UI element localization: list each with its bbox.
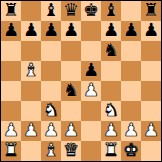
white-knight-piece: ♞ bbox=[103, 101, 119, 119]
square-d7[interactable]: ♟ bbox=[61, 21, 81, 41]
square-g2[interactable]: ♟ bbox=[121, 121, 141, 141]
square-c1[interactable]: ♝ bbox=[41, 141, 61, 161]
square-g3[interactable] bbox=[121, 101, 141, 121]
square-f1[interactable]: ♜ bbox=[101, 141, 121, 161]
square-g8[interactable] bbox=[121, 1, 141, 21]
black-pawn-piece: ♟ bbox=[43, 21, 59, 39]
square-a5[interactable] bbox=[1, 61, 21, 81]
square-b7[interactable]: ♟ bbox=[21, 21, 41, 41]
black-pawn-piece: ♟ bbox=[63, 21, 79, 39]
black-queen-piece: ♛ bbox=[63, 1, 79, 19]
white-queen-piece: ♛ bbox=[63, 141, 79, 159]
square-h8[interactable]: ♜ bbox=[141, 1, 161, 21]
black-king-piece: ♚ bbox=[83, 1, 99, 19]
white-knight-piece: ♞ bbox=[43, 101, 59, 119]
square-e5[interactable]: ♟ bbox=[81, 61, 101, 81]
square-b2[interactable]: ♟ bbox=[21, 121, 41, 141]
black-knight-piece: ♞ bbox=[103, 41, 119, 59]
white-pawn-piece: ♟ bbox=[3, 121, 19, 139]
white-rook-piece: ♜ bbox=[3, 141, 19, 159]
square-b3[interactable] bbox=[21, 101, 41, 121]
square-f4[interactable] bbox=[101, 81, 121, 101]
square-b5[interactable]: ♝ bbox=[21, 61, 41, 81]
square-e1[interactable] bbox=[81, 141, 101, 161]
square-d1[interactable]: ♛ bbox=[61, 141, 81, 161]
square-e8[interactable]: ♚ bbox=[81, 1, 101, 21]
square-g6[interactable] bbox=[121, 41, 141, 61]
square-h3[interactable] bbox=[141, 101, 161, 121]
square-f7[interactable]: ♟ bbox=[101, 21, 121, 41]
square-h5[interactable] bbox=[141, 61, 161, 81]
square-c3[interactable]: ♞ bbox=[41, 101, 61, 121]
square-e6[interactable] bbox=[81, 41, 101, 61]
white-pawn-piece: ♟ bbox=[103, 121, 119, 139]
square-a3[interactable] bbox=[1, 101, 21, 121]
black-pawn-piece: ♟ bbox=[123, 21, 139, 39]
square-d8[interactable]: ♛ bbox=[61, 1, 81, 21]
black-pawn-piece: ♟ bbox=[83, 61, 99, 79]
black-pawn-piece: ♟ bbox=[103, 21, 119, 39]
square-h2[interactable]: ♟ bbox=[141, 121, 161, 141]
square-e3[interactable] bbox=[81, 101, 101, 121]
square-c5[interactable] bbox=[41, 61, 61, 81]
square-g7[interactable]: ♟ bbox=[121, 21, 141, 41]
square-g4[interactable] bbox=[121, 81, 141, 101]
square-a8[interactable]: ♜ bbox=[1, 1, 21, 21]
square-g5[interactable] bbox=[121, 61, 141, 81]
black-rook-piece: ♜ bbox=[143, 1, 159, 19]
square-a1[interactable]: ♜ bbox=[1, 141, 21, 161]
white-pawn-piece: ♟ bbox=[43, 121, 59, 139]
square-c2[interactable]: ♟ bbox=[41, 121, 61, 141]
square-a2[interactable]: ♟ bbox=[1, 121, 21, 141]
white-king-piece: ♚ bbox=[123, 141, 139, 159]
white-bishop-piece: ♝ bbox=[43, 141, 59, 159]
white-bishop-piece: ♝ bbox=[23, 61, 39, 79]
square-b6[interactable] bbox=[21, 41, 41, 61]
square-b1[interactable] bbox=[21, 141, 41, 161]
square-e2[interactable] bbox=[81, 121, 101, 141]
square-f5[interactable] bbox=[101, 61, 121, 81]
chess-board: ♜♝♛♚♝♜♟♟♟♟♟♟♟♞♝♟♞♟♞♞♟♟♟♟♟♟♟♜♝♛♜♚ bbox=[0, 0, 162, 162]
square-e7[interactable] bbox=[81, 21, 101, 41]
square-a6[interactable] bbox=[1, 41, 21, 61]
white-pawn-piece: ♟ bbox=[23, 121, 39, 139]
black-bishop-piece: ♝ bbox=[43, 1, 59, 19]
square-f2[interactable]: ♟ bbox=[101, 121, 121, 141]
square-h7[interactable]: ♟ bbox=[141, 21, 161, 41]
square-f6[interactable]: ♞ bbox=[101, 41, 121, 61]
square-c8[interactable]: ♝ bbox=[41, 1, 61, 21]
black-knight-piece: ♞ bbox=[63, 81, 79, 99]
square-a7[interactable]: ♟ bbox=[1, 21, 21, 41]
white-pawn-piece: ♟ bbox=[63, 121, 79, 139]
square-d2[interactable]: ♟ bbox=[61, 121, 81, 141]
square-e4[interactable]: ♟ bbox=[81, 81, 101, 101]
square-f3[interactable]: ♞ bbox=[101, 101, 121, 121]
black-bishop-piece: ♝ bbox=[103, 1, 119, 19]
square-g1[interactable]: ♚ bbox=[121, 141, 141, 161]
white-rook-piece: ♜ bbox=[103, 141, 119, 159]
square-b4[interactable] bbox=[21, 81, 41, 101]
square-a4[interactable] bbox=[1, 81, 21, 101]
square-h4[interactable] bbox=[141, 81, 161, 101]
square-c4[interactable] bbox=[41, 81, 61, 101]
square-d5[interactable] bbox=[61, 61, 81, 81]
white-pawn-piece: ♟ bbox=[123, 121, 139, 139]
square-h1[interactable] bbox=[141, 141, 161, 161]
square-f8[interactable]: ♝ bbox=[101, 1, 121, 21]
square-d4[interactable]: ♞ bbox=[61, 81, 81, 101]
black-rook-piece: ♜ bbox=[3, 1, 19, 19]
black-pawn-piece: ♟ bbox=[23, 21, 39, 39]
white-pawn-piece: ♟ bbox=[83, 81, 99, 99]
black-pawn-piece: ♟ bbox=[143, 21, 159, 39]
square-c6[interactable] bbox=[41, 41, 61, 61]
white-pawn-piece: ♟ bbox=[143, 121, 159, 139]
square-b8[interactable] bbox=[21, 1, 41, 21]
square-d6[interactable] bbox=[61, 41, 81, 61]
black-pawn-piece: ♟ bbox=[3, 21, 19, 39]
square-c7[interactable]: ♟ bbox=[41, 21, 61, 41]
square-h6[interactable] bbox=[141, 41, 161, 61]
square-d3[interactable] bbox=[61, 101, 81, 121]
